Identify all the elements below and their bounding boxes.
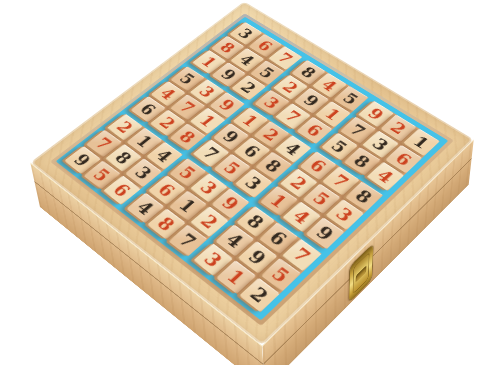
tile-digit: 6 — [385, 145, 422, 174]
tile-digit: 8 — [255, 152, 292, 181]
tile-digit: 8 — [147, 208, 186, 239]
cell-r9c9: 2 — [239, 278, 280, 313]
tile-digit: 8 — [344, 147, 381, 176]
sudoku-box: 3678451928452913769217365845394716281249… — [87, 0, 417, 316]
number-tile[interactable]: 5 — [261, 258, 301, 292]
cell-r9c8: 1 — [216, 260, 256, 294]
cell-r8c9: 5 — [261, 258, 301, 292]
number-tile[interactable]: 6 — [148, 175, 186, 205]
cell-r2c9: 6 — [385, 145, 422, 174]
tile-digit: 3 — [190, 173, 228, 203]
number-tile[interactable]: 9 — [238, 241, 278, 274]
number-tile[interactable]: 3 — [193, 243, 233, 276]
cell-r5c7: 2 — [280, 168, 318, 197]
cell-r9c4: 4 — [126, 193, 164, 223]
tile-digit: 4 — [215, 224, 254, 256]
number-tile[interactable]: 3 — [190, 173, 228, 203]
tile-digit: 3 — [325, 199, 364, 230]
cell-r6c7: 1 — [260, 186, 298, 216]
cell-r6c9: 9 — [305, 217, 344, 249]
tile-digit: 7 — [282, 239, 322, 272]
tile-digit: 5 — [302, 184, 340, 214]
number-tile[interactable]: 4 — [367, 162, 405, 191]
number-tile[interactable]: 5 — [169, 158, 206, 187]
number-tile[interactable]: 8 — [255, 152, 292, 181]
number-tile[interactable]: 6 — [299, 151, 336, 180]
cell-r5c6: 8 — [255, 152, 292, 181]
tile-digit: 4 — [282, 201, 321, 232]
number-tile[interactable]: 2 — [239, 278, 280, 313]
cell-r7c8: 6 — [259, 222, 298, 254]
tile-digit: 5 — [169, 158, 206, 187]
number-tile[interactable]: 2 — [280, 168, 318, 198]
cell-r4c8: 7 — [322, 166, 360, 195]
recessed-well: 3678451928452913769217365845394716281249… — [50, 13, 454, 326]
cell-r9c2: 5 — [83, 160, 120, 189]
tile-digit: 2 — [280, 168, 318, 198]
tile-digit: 1 — [260, 186, 298, 216]
cell-r8c7: 4 — [215, 224, 254, 256]
tile-digit: 3 — [193, 243, 233, 276]
cell-r7c5: 3 — [190, 173, 228, 203]
tile-digit: 6 — [148, 175, 186, 205]
number-tile[interactable]: 1 — [216, 260, 256, 294]
number-tile[interactable]: 1 — [169, 190, 207, 220]
photo-canvas: 3678451928452913769217365845394716281249… — [0, 0, 500, 365]
cell-r6c5: 5 — [214, 154, 251, 183]
number-tile[interactable]: 8 — [345, 181, 383, 211]
tile-digit: 6 — [299, 151, 336, 180]
cell-r4c7: 6 — [299, 151, 336, 180]
number-tile[interactable]: 3 — [235, 168, 273, 197]
number-tile[interactable]: 5 — [83, 160, 120, 189]
cell-r6c6: 3 — [235, 168, 273, 197]
tile-digit: 3 — [235, 168, 273, 197]
number-tile[interactable]: 3 — [325, 199, 364, 230]
number-tile[interactable]: 8 — [236, 206, 275, 237]
number-tile[interactable]: 7 — [322, 166, 360, 195]
tile-digit: 5 — [83, 160, 120, 189]
number-tile[interactable]: 5 — [302, 184, 340, 214]
cell-r7c7: 8 — [236, 206, 275, 237]
number-tile[interactable]: 4 — [215, 224, 254, 256]
tile-digit: 1 — [216, 260, 256, 294]
tile-digit: 9 — [238, 241, 278, 274]
number-tile[interactable]: 5 — [214, 154, 251, 183]
tile-digit: 5 — [261, 258, 301, 292]
tile-digit: 1 — [169, 190, 207, 220]
cell-r7c4: 5 — [169, 158, 206, 187]
cell-r4c9: 8 — [345, 181, 383, 211]
cell-r8c5: 1 — [169, 190, 207, 220]
number-tile[interactable]: 4 — [126, 193, 164, 223]
cell-r9c5: 8 — [147, 208, 186, 239]
cell-r8c8: 9 — [238, 241, 278, 274]
number-tile[interactable]: 7 — [282, 239, 322, 272]
number-tile[interactable]: 6 — [385, 145, 422, 174]
cell-r3c9: 4 — [367, 162, 405, 191]
tile-digit: 5 — [214, 154, 251, 183]
tile-digit: 2 — [239, 278, 280, 313]
tile-digit: 4 — [126, 193, 164, 223]
tile-digit: 7 — [322, 166, 360, 195]
cell-r9c7: 3 — [193, 243, 233, 276]
tile-digit: 9 — [305, 217, 344, 249]
number-tile[interactable]: 9 — [305, 217, 344, 249]
sudoku-board: 3678451928452913769217365845394716281249… — [56, 17, 449, 321]
tile-digit: 4 — [367, 162, 405, 191]
number-tile[interactable]: 4 — [282, 201, 321, 232]
cell-r8c4: 6 — [148, 175, 186, 205]
cell-r3c8: 8 — [344, 147, 381, 176]
cell-r6c8: 4 — [282, 201, 321, 232]
number-tile[interactable]: 6 — [259, 222, 298, 254]
box-3d: 3678451928452913769217365845394716281249… — [30, 1, 473, 345]
tile-digit: 6 — [259, 222, 298, 254]
tile-digit: 8 — [236, 206, 275, 237]
box-lid-top: 3678451928452913769217365845394716281249… — [30, 1, 473, 345]
cell-r5c8: 5 — [302, 184, 340, 214]
number-tile[interactable]: 8 — [344, 147, 381, 176]
cell-r7c9: 7 — [282, 239, 322, 272]
tile-digit: 8 — [345, 181, 383, 211]
number-tile[interactable]: 1 — [260, 186, 298, 216]
number-tile[interactable]: 8 — [147, 208, 186, 239]
cell-r5c9: 3 — [325, 199, 364, 230]
